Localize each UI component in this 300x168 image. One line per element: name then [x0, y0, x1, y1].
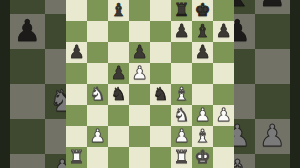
square-c8[interactable]: ♝ — [108, 0, 129, 21]
square-c6[interactable] — [108, 42, 129, 63]
square-a8[interactable] — [66, 0, 87, 21]
square-g7[interactable]: ♝ — [192, 21, 213, 42]
square-g1[interactable]: ♚ — [192, 147, 213, 168]
square-b4[interactable]: ♞ — [87, 84, 108, 105]
piece-black-pawn: ♟ — [194, 43, 210, 61]
square-f8[interactable]: ♜ — [171, 0, 192, 21]
square-h1[interactable] — [213, 147, 234, 168]
square-d3[interactable] — [129, 105, 150, 126]
square-c1[interactable] — [108, 147, 129, 168]
square-b1[interactable] — [87, 147, 108, 168]
square-b8[interactable] — [87, 0, 108, 21]
video-frame: ♝♜♚♟♝♟♟♟♟♟♟♞♞♞♝♞♟♟♟♟♝♜♜♚ ♝♜♚♟♝♟♟♟♟♟♟♞♞♞♝… — [0, 0, 300, 168]
square-e4[interactable]: ♞ — [150, 84, 171, 105]
square-g5[interactable] — [192, 63, 213, 84]
square-g4[interactable] — [192, 84, 213, 105]
piece-black-king: ♚ — [194, 1, 210, 19]
square-d6[interactable]: ♟ — [129, 42, 150, 63]
square-a5 — [10, 49, 45, 84]
square-b3[interactable] — [87, 105, 108, 126]
square-h2[interactable] — [213, 126, 234, 147]
square-g3[interactable]: ♟ — [192, 105, 213, 126]
square-h4 — [255, 84, 290, 119]
square-d1[interactable] — [129, 147, 150, 168]
chess-board: ♝♜♚♟♝♟♟♟♟♟♟♞♞♞♝♞♟♟♟♟♝♜♜♚ — [66, 0, 234, 168]
square-f3[interactable]: ♞ — [171, 105, 192, 126]
piece-white-knight: ♞ — [173, 106, 189, 124]
square-h5[interactable] — [213, 63, 234, 84]
square-h6[interactable] — [213, 42, 234, 63]
square-f5[interactable] — [171, 63, 192, 84]
square-e7[interactable] — [150, 21, 171, 42]
square-h2 — [255, 154, 290, 168]
square-h3: ♟ — [255, 119, 290, 154]
piece-white-bishop: ♝ — [173, 85, 189, 103]
square-b2[interactable]: ♟ — [87, 126, 108, 147]
square-b7[interactable] — [87, 21, 108, 42]
piece-white-knight: ♞ — [89, 85, 105, 103]
square-a1[interactable]: ♜ — [66, 147, 87, 168]
square-c7[interactable] — [108, 21, 129, 42]
piece-white-bishop: ♝ — [194, 127, 210, 145]
piece-black-bishop: ♝ — [110, 1, 126, 19]
square-a3 — [10, 119, 45, 154]
square-f1[interactable]: ♜ — [171, 147, 192, 168]
square-h8[interactable] — [213, 0, 234, 21]
piece-white-king: ♚ — [194, 148, 210, 166]
square-e1[interactable] — [150, 147, 171, 168]
square-d2[interactable] — [129, 126, 150, 147]
square-b5[interactable] — [87, 63, 108, 84]
square-d8[interactable] — [129, 0, 150, 21]
square-f6[interactable] — [171, 42, 192, 63]
square-c2[interactable] — [108, 126, 129, 147]
square-a6[interactable]: ♟ — [66, 42, 87, 63]
piece-black-knight: ♞ — [110, 85, 126, 103]
square-h4[interactable] — [213, 84, 234, 105]
square-e2[interactable] — [150, 126, 171, 147]
square-f2[interactable]: ♟ — [171, 126, 192, 147]
piece-black-rook: ♜ — [173, 1, 189, 19]
piece-black-pawn: ♟ — [131, 43, 147, 61]
piece-white-pawn: ♟ — [215, 106, 231, 124]
square-b6[interactable] — [87, 42, 108, 63]
piece-white-pawn: ♟ — [89, 127, 105, 145]
square-e3[interactable] — [150, 105, 171, 126]
piece-white-rook: ♜ — [68, 148, 84, 166]
piece-white-pawn: ♟ — [259, 121, 286, 151]
piece-black-pawn: ♟ — [259, 0, 286, 11]
piece-black-bishop: ♝ — [194, 22, 210, 40]
square-e6[interactable] — [150, 42, 171, 63]
square-a7[interactable] — [66, 21, 87, 42]
piece-white-rook: ♜ — [173, 148, 189, 166]
square-a2 — [10, 154, 45, 168]
square-e8[interactable] — [150, 0, 171, 21]
square-h3[interactable]: ♟ — [213, 105, 234, 126]
square-e5[interactable] — [150, 63, 171, 84]
square-g8[interactable]: ♚ — [192, 0, 213, 21]
square-h7[interactable]: ♟ — [213, 21, 234, 42]
square-c4[interactable]: ♞ — [108, 84, 129, 105]
piece-black-pawn: ♟ — [68, 43, 84, 61]
square-h5 — [255, 49, 290, 84]
piece-white-pawn: ♟ — [194, 106, 210, 124]
square-f7[interactable]: ♟ — [171, 21, 192, 42]
square-a4 — [10, 84, 45, 119]
square-g6[interactable]: ♟ — [192, 42, 213, 63]
square-a6: ♟ — [10, 14, 45, 49]
square-a4[interactable] — [66, 84, 87, 105]
piece-black-pawn: ♟ — [110, 64, 126, 82]
square-g2[interactable]: ♝ — [192, 126, 213, 147]
piece-black-pawn: ♟ — [14, 16, 41, 46]
piece-black-pawn: ♟ — [215, 22, 231, 40]
square-a5[interactable] — [66, 63, 87, 84]
square-c3[interactable] — [108, 105, 129, 126]
square-f4[interactable]: ♝ — [171, 84, 192, 105]
piece-white-pawn: ♟ — [131, 64, 147, 82]
piece-black-knight: ♞ — [152, 85, 168, 103]
piece-white-pawn: ♟ — [173, 127, 189, 145]
square-a2[interactable] — [66, 126, 87, 147]
square-d4[interactable] — [129, 84, 150, 105]
square-a7 — [10, 0, 45, 14]
square-h6 — [255, 14, 290, 49]
square-d7[interactable] — [129, 21, 150, 42]
square-a3[interactable] — [66, 105, 87, 126]
square-d5[interactable]: ♟ — [129, 63, 150, 84]
square-h7: ♟ — [255, 0, 290, 14]
piece-black-pawn: ♟ — [173, 22, 189, 40]
square-c5[interactable]: ♟ — [108, 63, 129, 84]
